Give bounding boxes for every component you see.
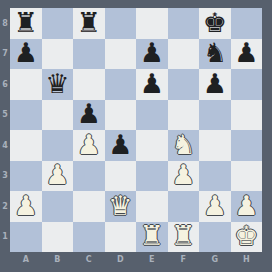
piece-black-rook[interactable]: ♜ bbox=[77, 9, 101, 36]
rank-label-4: 4 bbox=[0, 130, 10, 161]
square-h2[interactable]: ♟ bbox=[231, 191, 263, 222]
file-label-g: G bbox=[199, 253, 231, 267]
square-h1[interactable]: ♚ bbox=[231, 222, 263, 253]
piece-white-pawn[interactable]: ♟ bbox=[45, 161, 69, 188]
rank-label-1: 1 bbox=[0, 222, 10, 253]
file-label-d: D bbox=[105, 253, 137, 267]
square-e8[interactable] bbox=[136, 8, 168, 39]
square-g3[interactable] bbox=[199, 161, 231, 192]
square-g7[interactable]: ♞ bbox=[199, 39, 231, 70]
square-e1[interactable]: ♜ bbox=[136, 222, 168, 253]
square-d5[interactable] bbox=[105, 100, 137, 131]
square-g4[interactable] bbox=[199, 130, 231, 161]
square-h6[interactable] bbox=[231, 69, 263, 100]
square-c3[interactable] bbox=[73, 161, 105, 192]
square-a2[interactable]: ♟ bbox=[10, 191, 42, 222]
square-f4[interactable]: ♞ bbox=[168, 130, 200, 161]
square-d8[interactable] bbox=[105, 8, 137, 39]
piece-white-rook[interactable]: ♜ bbox=[171, 222, 195, 249]
square-d7[interactable] bbox=[105, 39, 137, 70]
square-a3[interactable] bbox=[10, 161, 42, 192]
rank-label-5: 5 bbox=[0, 100, 10, 131]
file-label-a: A bbox=[10, 253, 42, 267]
square-a5[interactable] bbox=[10, 100, 42, 131]
square-b4[interactable] bbox=[42, 130, 74, 161]
piece-black-pawn[interactable]: ♟ bbox=[203, 70, 227, 97]
square-h5[interactable] bbox=[231, 100, 263, 131]
square-g1[interactable] bbox=[199, 222, 231, 253]
square-f5[interactable] bbox=[168, 100, 200, 131]
square-c8[interactable]: ♜ bbox=[73, 8, 105, 39]
piece-black-rook[interactable]: ♜ bbox=[14, 9, 38, 36]
piece-black-pawn[interactable]: ♟ bbox=[14, 39, 38, 66]
square-d3[interactable] bbox=[105, 161, 137, 192]
piece-black-pawn[interactable]: ♟ bbox=[108, 131, 132, 158]
square-c6[interactable] bbox=[73, 69, 105, 100]
file-label-e: E bbox=[136, 253, 168, 267]
square-a4[interactable] bbox=[10, 130, 42, 161]
rank-label-3: 3 bbox=[0, 161, 10, 192]
square-e4[interactable] bbox=[136, 130, 168, 161]
square-g5[interactable] bbox=[199, 100, 231, 131]
file-labels: ABCDEFGH bbox=[10, 253, 262, 267]
piece-white-king[interactable]: ♚ bbox=[234, 222, 258, 249]
square-d1[interactable] bbox=[105, 222, 137, 253]
rank-label-7: 7 bbox=[0, 39, 10, 70]
square-f2[interactable] bbox=[168, 191, 200, 222]
rank-labels: 87654321 bbox=[0, 8, 10, 252]
square-d4[interactable]: ♟ bbox=[105, 130, 137, 161]
square-b1[interactable] bbox=[42, 222, 74, 253]
piece-black-pawn[interactable]: ♟ bbox=[140, 70, 164, 97]
square-c7[interactable] bbox=[73, 39, 105, 70]
square-b5[interactable] bbox=[42, 100, 74, 131]
rank-label-8: 8 bbox=[0, 8, 10, 39]
square-f6[interactable] bbox=[168, 69, 200, 100]
square-g8[interactable]: ♚ bbox=[199, 8, 231, 39]
square-e6[interactable]: ♟ bbox=[136, 69, 168, 100]
square-b3[interactable]: ♟ bbox=[42, 161, 74, 192]
square-f3[interactable]: ♟ bbox=[168, 161, 200, 192]
rank-label-2: 2 bbox=[0, 191, 10, 222]
piece-white-pawn[interactable]: ♟ bbox=[77, 131, 101, 158]
file-label-b: B bbox=[42, 253, 74, 267]
square-a6[interactable] bbox=[10, 69, 42, 100]
square-b2[interactable] bbox=[42, 191, 74, 222]
square-f8[interactable] bbox=[168, 8, 200, 39]
square-c1[interactable] bbox=[73, 222, 105, 253]
piece-white-pawn[interactable]: ♟ bbox=[203, 192, 227, 219]
square-b6[interactable]: ♛ bbox=[42, 69, 74, 100]
piece-black-king[interactable]: ♚ bbox=[203, 9, 227, 36]
rank-label-6: 6 bbox=[0, 69, 10, 100]
square-e7[interactable]: ♟ bbox=[136, 39, 168, 70]
square-h7[interactable]: ♟ bbox=[231, 39, 263, 70]
chess-board[interactable]: ♜♜♚♟♟♞♟♛♟♟♟♟♟♞♟♟♟♛♟♟♜♜♚ bbox=[10, 8, 262, 252]
square-a8[interactable]: ♜ bbox=[10, 8, 42, 39]
square-h8[interactable] bbox=[231, 8, 263, 39]
square-e2[interactable] bbox=[136, 191, 168, 222]
square-b7[interactable] bbox=[42, 39, 74, 70]
file-label-f: F bbox=[168, 253, 200, 267]
board-frame: 87654321 ♜♜♚♟♟♞♟♛♟♟♟♟♟♞♟♟♟♛♟♟♜♜♚ ABCDEFG… bbox=[0, 0, 272, 272]
square-c2[interactable] bbox=[73, 191, 105, 222]
square-h3[interactable] bbox=[231, 161, 263, 192]
square-h4[interactable] bbox=[231, 130, 263, 161]
piece-white-pawn[interactable]: ♟ bbox=[234, 192, 258, 219]
piece-black-pawn[interactable]: ♟ bbox=[234, 39, 258, 66]
piece-white-rook[interactable]: ♜ bbox=[140, 222, 164, 249]
file-label-h: H bbox=[231, 253, 263, 267]
square-c4[interactable]: ♟ bbox=[73, 130, 105, 161]
square-f7[interactable] bbox=[168, 39, 200, 70]
square-g6[interactable]: ♟ bbox=[199, 69, 231, 100]
square-g2[interactable]: ♟ bbox=[199, 191, 231, 222]
square-a1[interactable] bbox=[10, 222, 42, 253]
piece-black-queen[interactable]: ♛ bbox=[45, 70, 69, 97]
piece-white-pawn[interactable]: ♟ bbox=[171, 161, 195, 188]
square-a7[interactable]: ♟ bbox=[10, 39, 42, 70]
square-c5[interactable]: ♟ bbox=[73, 100, 105, 131]
piece-white-pawn[interactable]: ♟ bbox=[14, 192, 38, 219]
piece-white-queen[interactable]: ♛ bbox=[108, 192, 132, 219]
square-b8[interactable] bbox=[42, 8, 74, 39]
piece-black-knight[interactable]: ♞ bbox=[203, 39, 227, 66]
square-e5[interactable] bbox=[136, 100, 168, 131]
piece-white-knight[interactable]: ♞ bbox=[171, 131, 195, 158]
square-d2[interactable]: ♛ bbox=[105, 191, 137, 222]
file-label-c: C bbox=[73, 253, 105, 267]
piece-black-pawn[interactable]: ♟ bbox=[140, 39, 164, 66]
piece-black-pawn[interactable]: ♟ bbox=[77, 100, 101, 127]
square-e3[interactable] bbox=[136, 161, 168, 192]
square-f1[interactable]: ♜ bbox=[168, 222, 200, 253]
square-d6[interactable] bbox=[105, 69, 137, 100]
